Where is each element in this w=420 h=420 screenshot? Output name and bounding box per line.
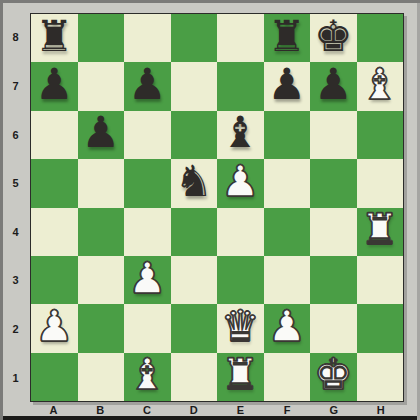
square-f7[interactable]: ♟ (264, 62, 311, 110)
square-h4[interactable]: ♜ (357, 208, 404, 256)
square-e2[interactable]: ♛ (217, 304, 264, 352)
square-c2[interactable] (124, 304, 171, 352)
square-f2[interactable]: ♟ (264, 304, 311, 352)
square-h6[interactable] (357, 111, 404, 159)
square-f1[interactable] (264, 353, 311, 401)
piece-white-rook[interactable]: ♜ (360, 208, 399, 251)
piece-white-rook[interactable]: ♜ (221, 353, 260, 396)
piece-black-king[interactable]: ♚ (314, 15, 353, 58)
square-g5[interactable] (310, 159, 357, 207)
piece-black-pawn[interactable]: ♟ (35, 63, 74, 106)
square-a4[interactable] (31, 208, 78, 256)
piece-black-bishop[interactable]: ♝ (221, 111, 260, 154)
file-label-f: F (264, 402, 311, 417)
piece-black-rook[interactable]: ♜ (35, 15, 74, 58)
piece-white-bishop[interactable]: ♝ (128, 353, 167, 396)
file-label-h: H (357, 402, 404, 417)
square-f8[interactable]: ♜ (264, 14, 311, 62)
file-label-e: E (217, 402, 264, 417)
rank-label-2: 2 (3, 305, 28, 354)
square-e7[interactable] (217, 62, 264, 110)
square-c5[interactable] (124, 159, 171, 207)
piece-black-pawn[interactable]: ♟ (81, 111, 120, 154)
square-a2[interactable]: ♟ (31, 304, 78, 352)
square-g3[interactable] (310, 256, 357, 304)
square-d5[interactable]: ♞ (171, 159, 218, 207)
square-d1[interactable] (171, 353, 218, 401)
square-h1[interactable] (357, 353, 404, 401)
file-label-b: B (77, 402, 124, 417)
rank-label-8: 8 (3, 13, 28, 62)
square-a7[interactable]: ♟ (31, 62, 78, 110)
rank-label-4: 4 (3, 208, 28, 257)
piece-white-pawn[interactable]: ♟ (267, 305, 306, 348)
square-b4[interactable] (78, 208, 125, 256)
square-b1[interactable] (78, 353, 125, 401)
chess-board[interactable]: ♜♜♚♟♟♟♟♝♟♝♞♟♜♟♟♛♟♝♜♚ (30, 13, 404, 402)
square-c4[interactable] (124, 208, 171, 256)
file-labels: ABCDEFGH (30, 402, 404, 417)
rank-labels: 87654321 (3, 13, 28, 402)
square-b8[interactable] (78, 14, 125, 62)
square-g4[interactable] (310, 208, 357, 256)
square-c7[interactable]: ♟ (124, 62, 171, 110)
square-b7[interactable] (78, 62, 125, 110)
square-d3[interactable] (171, 256, 218, 304)
square-b3[interactable] (78, 256, 125, 304)
square-a6[interactable] (31, 111, 78, 159)
file-label-c: C (124, 402, 171, 417)
square-g7[interactable]: ♟ (310, 62, 357, 110)
piece-white-pawn[interactable]: ♟ (35, 305, 74, 348)
square-e3[interactable] (217, 256, 264, 304)
square-g8[interactable]: ♚ (310, 14, 357, 62)
piece-black-rook[interactable]: ♜ (267, 15, 306, 58)
square-d4[interactable] (171, 208, 218, 256)
square-c3[interactable]: ♟ (124, 256, 171, 304)
square-a1[interactable] (31, 353, 78, 401)
piece-black-pawn[interactable]: ♟ (267, 63, 306, 106)
file-label-a: A (30, 402, 77, 417)
piece-white-bishop[interactable]: ♝ (360, 63, 399, 106)
square-g2[interactable] (310, 304, 357, 352)
piece-white-queen[interactable]: ♛ (221, 305, 260, 348)
square-e5[interactable]: ♟ (217, 159, 264, 207)
rank-label-6: 6 (3, 110, 28, 159)
rank-label-3: 3 (3, 256, 28, 305)
square-e1[interactable]: ♜ (217, 353, 264, 401)
piece-white-pawn[interactable]: ♟ (221, 160, 260, 203)
rank-label-5: 5 (3, 159, 28, 208)
square-f5[interactable] (264, 159, 311, 207)
square-f3[interactable] (264, 256, 311, 304)
square-b5[interactable] (78, 159, 125, 207)
square-b6[interactable]: ♟ (78, 111, 125, 159)
piece-black-pawn[interactable]: ♟ (128, 63, 167, 106)
square-d7[interactable] (171, 62, 218, 110)
piece-white-king[interactable]: ♚ (314, 353, 353, 396)
square-a5[interactable] (31, 159, 78, 207)
piece-black-knight[interactable]: ♞ (174, 160, 213, 203)
square-h7[interactable]: ♝ (357, 62, 404, 110)
square-c8[interactable] (124, 14, 171, 62)
square-e4[interactable] (217, 208, 264, 256)
square-a8[interactable]: ♜ (31, 14, 78, 62)
file-label-d: D (170, 402, 217, 417)
square-a3[interactable] (31, 256, 78, 304)
square-e8[interactable] (217, 14, 264, 62)
rank-label-7: 7 (3, 62, 28, 111)
square-f4[interactable] (264, 208, 311, 256)
rank-label-1: 1 (3, 353, 28, 402)
square-e6[interactable]: ♝ (217, 111, 264, 159)
square-h2[interactable] (357, 304, 404, 352)
square-d8[interactable] (171, 14, 218, 62)
square-g1[interactable]: ♚ (310, 353, 357, 401)
file-label-g: G (311, 402, 358, 417)
piece-black-pawn[interactable]: ♟ (314, 63, 353, 106)
square-c1[interactable]: ♝ (124, 353, 171, 401)
square-h3[interactable] (357, 256, 404, 304)
board-frame: 87654321 ♜♜♚♟♟♟♟♝♟♝♞♟♜♟♟♛♟♝♜♚ ABCDEFGH (0, 0, 420, 420)
square-g6[interactable] (310, 111, 357, 159)
square-f6[interactable] (264, 111, 311, 159)
piece-white-pawn[interactable]: ♟ (128, 257, 167, 300)
square-b2[interactable] (78, 304, 125, 352)
square-h5[interactable] (357, 159, 404, 207)
square-h8[interactable] (357, 14, 404, 62)
square-c6[interactable] (124, 111, 171, 159)
square-d2[interactable] (171, 304, 218, 352)
square-d6[interactable] (171, 111, 218, 159)
